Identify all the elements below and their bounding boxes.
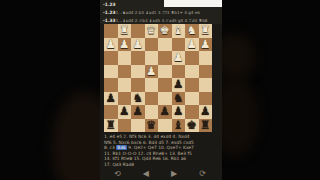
black-pawn: ♟ [119,105,129,119]
square-a2[interactable]: ♟ [104,38,118,52]
square-g5[interactable] [185,78,199,92]
square-a7[interactable] [104,105,118,119]
white-pawn: ♟ [187,38,197,52]
forward-button-icon[interactable]: ▶ [171,167,177,180]
square-b7[interactable]: ♟ [118,105,132,119]
square-d4[interactable]: ♟ [145,65,159,79]
square-a8[interactable]: ♜ [104,119,118,133]
white-rook: ♜ [119,24,129,38]
black-queen: ♛ [146,119,156,133]
square-h2[interactable]: ♟ [199,38,213,52]
square-d8[interactable]: ♛ [145,119,159,133]
current-move[interactable]: Bd6 [116,145,127,150]
black-knight: ♞ [173,92,183,106]
square-d3[interactable] [145,51,159,65]
white-overlay-box [164,0,222,7]
square-e7[interactable]: ♟ [158,105,172,119]
white-rook: ♜ [200,24,210,38]
square-e1[interactable]: ♚ [158,24,172,38]
back-button-icon[interactable]: ◀ [143,167,149,180]
engine-variation: 1...♞xd4 2.b3 ♝xd1 3.♖f3 ♜b1+ 4.g4 e6 [116,10,200,15]
video-frame: -1.23-1.231...♞xd4 2.b3 ♝xd1 3.♖f3 ♜b1+ … [0,0,320,180]
square-d2[interactable] [145,38,159,52]
square-b3[interactable] [118,51,132,65]
square-d6[interactable] [145,92,159,106]
chess-app-screen: -1.23-1.231...♞xd4 2.b3 ♝xd1 3.♖f3 ♜b1+ … [100,0,222,180]
square-b6[interactable] [118,92,132,106]
white-bishop: ♝ [173,24,183,38]
square-c5[interactable] [131,78,145,92]
square-a4[interactable] [104,65,118,79]
square-f1[interactable]: ♝ [172,24,186,38]
redo-all-button-icon[interactable]: ⟳ [199,167,206,180]
square-h6[interactable] [199,92,213,106]
white-pawn: ♟ [119,38,129,52]
square-f2[interactable] [172,38,186,52]
black-knight: ♞ [133,92,143,106]
white-queen: ♛ [146,24,156,38]
engine-eval: -1.23 [100,10,116,15]
square-c8[interactable] [131,119,145,133]
square-g2[interactable]: ♟ [185,38,199,52]
white-pawn: ♟ [173,51,183,65]
square-h8[interactable]: ♜ [199,119,213,133]
white-king: ♚ [160,24,170,38]
square-d1[interactable]: ♛ [145,24,159,38]
square-h5[interactable] [199,78,213,92]
square-e4[interactable] [158,65,172,79]
square-a6[interactable]: ♟ [104,92,118,106]
square-f8[interactable]: ♝ [172,119,186,133]
square-g8[interactable]: ♚ [185,119,199,133]
engine-variation: 1...♝xd4 2.♕b3 ♝xd5 3.♕xd5 g4 4.♖d3 ♜b8 [116,18,208,23]
black-rook: ♜ [200,119,210,133]
undo-all-button-icon[interactable]: ⟲ [114,167,121,180]
black-pawn: ♟ [200,105,210,119]
square-f6[interactable]: ♞ [172,92,186,106]
square-b5[interactable] [118,78,132,92]
black-pawn: ♟ [173,78,183,92]
square-c6[interactable]: ♞ [131,92,145,106]
white-pawn: ♟ [200,38,210,52]
square-f5[interactable]: ♟ [172,78,186,92]
black-pawn: ♟ [106,92,116,106]
square-g7[interactable] [185,105,199,119]
square-b1[interactable]: ♜ [118,24,132,38]
square-c1[interactable] [131,24,145,38]
square-c3[interactable] [131,51,145,65]
square-b8[interactable] [118,119,132,133]
square-b4[interactable] [118,65,132,79]
black-rook: ♜ [106,119,116,133]
engine-line-2[interactable]: -1.231...♞xd4 2.b3 ♝xd1 3.♖f3 ♜b1+ 4.g4 … [100,8,222,16]
square-e2[interactable] [158,38,172,52]
black-pawn: ♟ [173,105,183,119]
square-a5[interactable] [104,78,118,92]
square-h7[interactable]: ♟ [199,105,213,119]
move-list[interactable]: 1. e4 e5 2. Nf3 Nc6 3. d4 exd4 4. Nxd4Nf… [104,134,216,168]
white-pawn: ♟ [133,38,143,52]
black-king: ♚ [187,119,197,133]
square-d5[interactable] [145,78,159,92]
bottom-toolbar: ⟲◀▶⟳ [104,167,216,180]
square-c2[interactable]: ♟ [131,38,145,52]
square-h4[interactable] [199,65,213,79]
black-bishop: ♝ [173,119,183,133]
square-h3[interactable] [199,51,213,65]
square-g3[interactable] [185,51,199,65]
square-g1[interactable]: ♞ [185,24,199,38]
square-e6[interactable] [158,92,172,106]
white-pawn: ♟ [146,65,156,79]
square-b2[interactable]: ♟ [118,38,132,52]
square-f7[interactable]: ♟ [172,105,186,119]
square-g6[interactable] [185,92,199,106]
black-pawn: ♟ [160,105,170,119]
square-e5[interactable] [158,78,172,92]
white-knight: ♞ [187,24,197,38]
white-pawn: ♟ [106,38,116,52]
square-f3[interactable]: ♟ [172,51,186,65]
square-e8[interactable] [158,119,172,133]
square-c7[interactable]: ♟ [131,105,145,119]
black-pawn: ♟ [133,105,143,119]
engine-eval: -1.33 [100,18,116,23]
square-c4[interactable] [131,65,145,79]
square-d7[interactable] [145,105,159,119]
square-h1[interactable]: ♜ [199,24,213,38]
square-e3[interactable] [158,51,172,65]
square-a3[interactable] [104,51,118,65]
square-g4[interactable] [185,65,199,79]
engine-eval: -1.23 [100,2,116,7]
square-a1[interactable] [104,24,118,38]
square-f4[interactable] [172,65,186,79]
chess-board[interactable]: ♜♛♚♝♞♜♟♟♟♟♟♟♟♟♟♞♞♟♟♟♟♟♜♛♝♚♜ [104,24,212,132]
